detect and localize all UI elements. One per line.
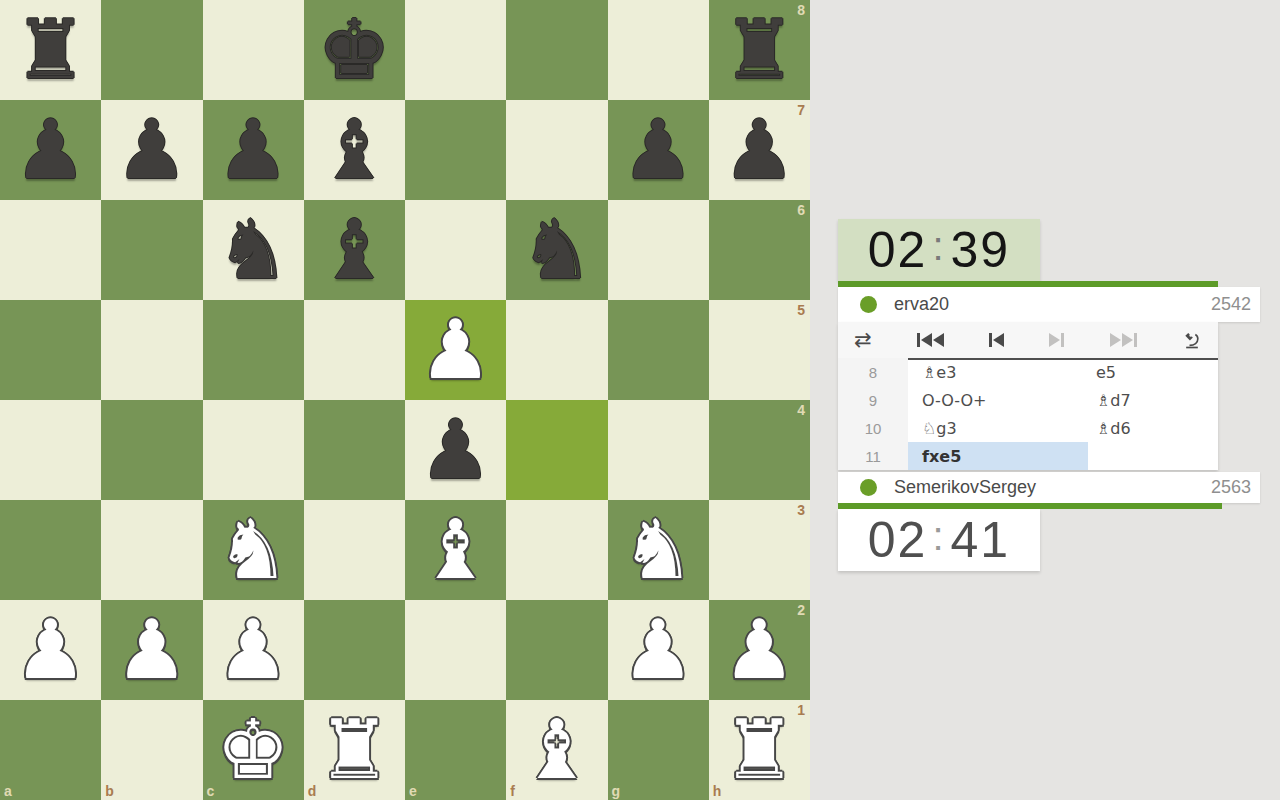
file-label-b: b	[105, 783, 114, 799]
rank-label-5: 5	[797, 302, 805, 318]
square-d3[interactable]	[304, 500, 405, 600]
step-forward-button[interactable]	[1049, 333, 1064, 347]
rank-label-6: 6	[797, 202, 805, 218]
square-g5[interactable]	[608, 300, 709, 400]
black-knight-f6: ♞	[520, 200, 594, 300]
white-rook-h1: ♜	[723, 700, 797, 800]
white-rook-d1: ♜	[318, 700, 392, 800]
white-knight-g3: ♞	[621, 500, 695, 600]
square-c7[interactable]: ♟	[203, 100, 304, 200]
go-to-start-button[interactable]	[917, 333, 944, 347]
rank-label-1: 1	[797, 702, 805, 718]
white-pawn-c2: ♟	[216, 600, 290, 700]
white-king-c1: ♚	[216, 700, 290, 800]
square-d7[interactable]: ♝	[304, 100, 405, 200]
step-back-button[interactable]	[989, 333, 1004, 347]
file-label-a: a	[4, 783, 12, 799]
move-number: 10	[838, 414, 908, 442]
white-pawn-h2: ♟	[723, 600, 797, 700]
square-b3[interactable]	[101, 500, 202, 600]
square-a8[interactable]: ♜	[0, 0, 101, 100]
black-bishop-d7: ♝	[318, 100, 392, 200]
square-g6[interactable]	[608, 200, 709, 300]
flip-board-icon: ⇄	[854, 330, 872, 351]
square-h7[interactable]: ♟	[709, 100, 810, 200]
square-e4[interactable]: ♟	[405, 400, 506, 500]
online-dot	[860, 296, 877, 313]
bottom-player-name[interactable]: SemerikovSergey	[894, 477, 1036, 498]
file-label-g: g	[612, 783, 621, 799]
square-a7[interactable]: ♟	[0, 100, 101, 200]
square-f1[interactable]: ♝	[506, 700, 607, 800]
step-back-icon	[989, 333, 992, 347]
square-a6[interactable]	[0, 200, 101, 300]
file-label-f: f	[510, 783, 515, 799]
square-d1[interactable]: ♜	[304, 700, 405, 800]
rank-label-8: 8	[797, 2, 805, 18]
top-clock-colon: :	[927, 224, 950, 269]
move-10-black[interactable]: ♗d6	[1088, 414, 1218, 442]
square-c1[interactable]: ♚	[203, 700, 304, 800]
bottom-player-row[interactable]: SemerikovSergey 2563	[838, 472, 1260, 503]
black-bishop-d6: ♝	[318, 200, 392, 300]
white-pawn-e5: ♟	[419, 300, 493, 400]
step-forward-icon	[1049, 333, 1060, 347]
bottom-player-rating: 2563	[1211, 477, 1260, 498]
white-knight-c3: ♞	[216, 500, 290, 600]
square-f6[interactable]: ♞	[506, 200, 607, 300]
square-d8[interactable]: ♚	[304, 0, 405, 100]
square-d2[interactable]	[304, 600, 405, 700]
square-b6[interactable]	[101, 200, 202, 300]
rank-label-4: 4	[797, 402, 805, 418]
square-b8[interactable]	[101, 0, 202, 100]
microscope-icon	[1182, 330, 1202, 350]
black-rook-a8: ♜	[14, 0, 88, 100]
square-b5[interactable]	[101, 300, 202, 400]
square-a1[interactable]	[0, 700, 101, 800]
top-clock-seconds: 39	[951, 221, 1011, 279]
square-h3[interactable]	[709, 500, 810, 600]
move-11-white-current[interactable]: fxe5	[908, 442, 1088, 470]
move-nav-bar: ⇄	[838, 322, 1218, 358]
square-g3[interactable]: ♞	[608, 500, 709, 600]
go-to-end-icon	[1110, 333, 1121, 347]
top-player-rating: 2542	[1211, 294, 1260, 315]
top-clock-minutes: 02	[868, 221, 928, 279]
top-player-row[interactable]: erva20 2542	[838, 287, 1260, 322]
square-c5[interactable]	[203, 300, 304, 400]
black-pawn-b7: ♟	[115, 100, 189, 200]
square-c3[interactable]: ♞	[203, 500, 304, 600]
black-pawn-h7: ♟	[723, 100, 797, 200]
square-f7[interactable]	[506, 100, 607, 200]
square-b4[interactable]	[101, 400, 202, 500]
move-list: 8 ♗e3 e5 9 O-O-O+ ♗d7 10 ♘g3 ♗d6 11 fxe5	[838, 358, 1218, 470]
square-h2[interactable]: ♟	[709, 600, 810, 700]
black-pawn-c7: ♟	[216, 100, 290, 200]
square-g2[interactable]: ♟	[608, 600, 709, 700]
square-b7[interactable]: ♟	[101, 100, 202, 200]
square-g8[interactable]	[608, 0, 709, 100]
black-rook-h8: ♜	[723, 0, 797, 100]
file-label-e: e	[409, 783, 417, 799]
online-dot	[860, 479, 877, 496]
move-10-white[interactable]: ♘g3	[908, 414, 1088, 442]
chess-board[interactable]: ♜♚♜♟♟♟♝♟♟♞♝♞♟♟♞♝♞♟♟♟♟♟♚♜♝♜abcdefgh876543…	[0, 0, 810, 800]
white-pawn-g2: ♟	[621, 600, 695, 700]
square-h5[interactable]	[709, 300, 810, 400]
square-g4[interactable]	[608, 400, 709, 500]
square-e1[interactable]	[405, 700, 506, 800]
square-e5[interactable]: ♟	[405, 300, 506, 400]
square-b1[interactable]	[101, 700, 202, 800]
move-11-black[interactable]	[1088, 442, 1218, 470]
black-king-d8: ♚	[318, 0, 392, 100]
move-list-divider	[908, 358, 1218, 360]
top-clock: 02:39	[838, 219, 1040, 281]
rank-label-2: 2	[797, 602, 805, 618]
square-b2[interactable]: ♟	[101, 600, 202, 700]
square-f5[interactable]	[506, 300, 607, 400]
square-e2[interactable]	[405, 600, 506, 700]
square-h4[interactable]	[709, 400, 810, 500]
square-c4[interactable]	[203, 400, 304, 500]
square-e8[interactable]	[405, 0, 506, 100]
black-knight-c6: ♞	[216, 200, 290, 300]
black-pawn-e4: ♟	[419, 400, 493, 500]
move-list-box: ⇄	[838, 322, 1218, 470]
bottom-clock: 02:41	[838, 509, 1040, 571]
square-f8[interactable]	[506, 0, 607, 100]
square-d6[interactable]: ♝	[304, 200, 405, 300]
move-8-black[interactable]: e5	[1088, 358, 1218, 386]
square-g7[interactable]: ♟	[608, 100, 709, 200]
square-d5[interactable]	[304, 300, 405, 400]
white-pawn-a2: ♟	[14, 600, 88, 700]
bottom-clock-minutes: 02	[868, 511, 928, 569]
rank-label-3: 3	[797, 502, 805, 518]
black-pawn-g7: ♟	[621, 100, 695, 200]
square-a4[interactable]	[0, 400, 101, 500]
top-player-name[interactable]: erva20	[894, 294, 949, 315]
square-c6[interactable]: ♞	[203, 200, 304, 300]
square-g1[interactable]	[608, 700, 709, 800]
square-f2[interactable]	[506, 600, 607, 700]
square-f4[interactable]	[506, 400, 607, 500]
square-h6[interactable]	[709, 200, 810, 300]
go-to-start-icon	[917, 333, 920, 347]
square-c8[interactable]	[203, 0, 304, 100]
white-pawn-b2: ♟	[115, 600, 189, 700]
flip-board-button[interactable]: ⇄	[854, 330, 872, 351]
square-e6[interactable]	[405, 200, 506, 300]
move-number: 11	[838, 442, 908, 470]
file-label-c: c	[207, 783, 215, 799]
file-label-h: h	[713, 783, 722, 799]
move-9-white[interactable]: O-O-O+	[908, 386, 1088, 414]
square-e7[interactable]	[405, 100, 506, 200]
game-screen: ♜♚♜♟♟♟♝♟♟♞♝♞♟♟♞♝♞♟♟♟♟♟♚♜♝♜abcdefgh876543…	[0, 0, 1280, 800]
white-bishop-f1: ♝	[520, 700, 594, 800]
move-number: 8	[838, 358, 908, 386]
square-f3[interactable]	[506, 500, 607, 600]
square-h8[interactable]: ♜	[709, 0, 810, 100]
move-8-white[interactable]: ♗e3	[908, 358, 1088, 386]
analysis-board-button[interactable]	[1182, 330, 1202, 350]
file-label-d: d	[308, 783, 317, 799]
bottom-clock-seconds: 41	[951, 511, 1011, 569]
bottom-clock-colon: :	[927, 514, 950, 559]
white-bishop-e3: ♝	[419, 500, 493, 600]
square-c2[interactable]: ♟	[203, 600, 304, 700]
square-a2[interactable]: ♟	[0, 600, 101, 700]
move-9-black[interactable]: ♗d7	[1088, 386, 1218, 414]
black-pawn-a7: ♟	[14, 100, 88, 200]
move-number: 9	[838, 386, 908, 414]
go-to-end-button[interactable]	[1110, 333, 1137, 347]
square-a3[interactable]	[0, 500, 101, 600]
square-h1[interactable]: ♜	[709, 700, 810, 800]
square-d4[interactable]	[304, 400, 405, 500]
square-a5[interactable]	[0, 300, 101, 400]
square-e3[interactable]: ♝	[405, 500, 506, 600]
rank-label-7: 7	[797, 102, 805, 118]
